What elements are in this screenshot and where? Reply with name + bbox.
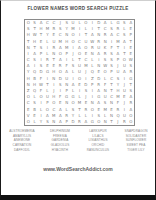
word-list-column: ALSTROEMERIAAMARYLLISANEMONECARNATIONDAF… (3, 130, 41, 152)
word-list-item: LILACS (92, 135, 103, 138)
word-search-grid: OSACCJSULOIDALGSASTHMRSYMILITCSRLEHWTYEC… (24, 19, 135, 126)
word-list-item: SOLIDASTER (126, 135, 147, 138)
word-list-item: ORCHID (92, 144, 105, 147)
website-url: www.WordSearchAddict.com (1, 166, 155, 172)
word-list-item: GARDENIA (52, 139, 69, 142)
word-list-item: TIGER LILY (127, 149, 144, 152)
word-list-item: SNAPDRAGON (124, 130, 147, 133)
word-list-column: DELPHINIUMFREESIAGARDENIAGLADIOLUSHYACIN… (41, 130, 79, 152)
word-list-item: RANUNCULUS (87, 149, 110, 152)
grid-cell: O (128, 119, 134, 125)
word-list-item: SUNFLOWER (126, 139, 147, 142)
word-list-item: GLADIOLUS (51, 144, 70, 147)
word-list: ALSTROEMERIAAMARYLLISANEMONECARNATIONDAF… (3, 130, 155, 152)
word-list-column: LARKSPURLILACSLISIANTHUSORCHIDRANUNCULUS (79, 130, 117, 152)
word-list-item: SWEET PEA (127, 144, 146, 147)
word-list-item: ALSTROEMERIA (9, 130, 34, 133)
word-list-item: LARKSPUR (89, 130, 106, 133)
word-list-item: LISIANTHUS (88, 139, 107, 142)
word-list-item: CARNATION (13, 144, 32, 147)
page-title: FLOWER NAMES WORD SEARCH PUZZLE (1, 6, 155, 11)
word-list-item: DAFFODIL (14, 149, 30, 152)
word-list-item: DELPHINIUM (50, 130, 70, 133)
word-list-item: ANEMONE (14, 139, 30, 142)
word-list-item: HYACINTH (52, 149, 68, 152)
word-list-column: SNAPDRAGONSOLIDASTERSUNFLOWERSWEET PEATI… (117, 130, 155, 152)
puzzle-page: FLOWER NAMES WORD SEARCH PUZZLE OSACCJSU… (0, 0, 156, 200)
word-list-item: AMARYLLIS (13, 135, 31, 138)
word-list-item: FREESIA (53, 135, 67, 138)
